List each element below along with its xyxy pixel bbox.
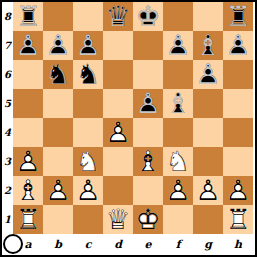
square-d5[interactable] (103, 89, 133, 118)
square-h7[interactable]: ♟♙ (223, 31, 253, 60)
file-label-c: c (73, 234, 103, 255)
square-c8[interactable] (73, 2, 103, 31)
square-c6[interactable]: ♞♘ (73, 60, 103, 89)
square-e5[interactable]: ♟♙ (133, 89, 163, 118)
square-d1[interactable]: ♛♕ (103, 205, 133, 234)
rank-label-3: 3 (2, 147, 13, 176)
square-f5[interactable]: ♝♗ (163, 89, 193, 118)
file-label-e: e (133, 234, 163, 255)
white-pawn: ♟♙ (43, 176, 73, 205)
square-e3[interactable]: ♝♗ (133, 147, 163, 176)
square-h4[interactable] (223, 118, 253, 147)
white-rook: ♜♖ (13, 205, 43, 234)
square-b7[interactable]: ♟♙ (43, 31, 73, 60)
square-a3[interactable]: ♟♙ (13, 147, 43, 176)
square-g4[interactable] (193, 118, 223, 147)
white-knight: ♞♘ (163, 147, 193, 176)
white-pawn: ♟♙ (103, 118, 133, 147)
square-d7[interactable] (103, 31, 133, 60)
rank-label-2: 2 (2, 176, 13, 205)
black-bishop: ♝♗ (193, 31, 223, 60)
rank-label-1: 1 (2, 205, 13, 234)
square-d2[interactable] (103, 176, 133, 205)
white-bishop: ♝♗ (133, 147, 163, 176)
square-f3[interactable]: ♞♘ (163, 147, 193, 176)
black-pawn: ♟♙ (193, 60, 223, 89)
side-to-move-indicator (3, 234, 23, 254)
square-d4[interactable]: ♟♙ (103, 118, 133, 147)
square-g5[interactable] (193, 89, 223, 118)
square-h8[interactable]: ♜♖ (223, 2, 253, 31)
black-pawn: ♟♙ (43, 31, 73, 60)
black-pawn: ♟♙ (133, 89, 163, 118)
white-pawn: ♟♙ (163, 176, 193, 205)
rank-label-7: 7 (2, 31, 13, 60)
file-label-b: b (43, 234, 73, 255)
square-h5[interactable] (223, 89, 253, 118)
white-pawn: ♟♙ (193, 176, 223, 205)
square-c2[interactable]: ♟♙ (73, 176, 103, 205)
square-d8[interactable]: ♛♕ (103, 2, 133, 31)
square-c3[interactable]: ♞♘ (73, 147, 103, 176)
chess-board-diagram: ♜♖♛♕♚♔♜♖♟♙♟♙♟♙♟♙♝♗♟♙♞♘♞♘♟♙♟♙♝♗♟♙♟♙♞♘♝♗♞♘… (0, 0, 257, 257)
black-king: ♚♔ (133, 2, 163, 31)
square-a8[interactable]: ♜♖ (13, 2, 43, 31)
square-a4[interactable] (13, 118, 43, 147)
square-h2[interactable]: ♟♙ (223, 176, 253, 205)
black-rook: ♜♖ (223, 2, 253, 31)
black-pawn: ♟♙ (13, 31, 43, 60)
square-a2[interactable]: ♝♗ (13, 176, 43, 205)
square-e2[interactable] (133, 176, 163, 205)
square-f1[interactable] (163, 205, 193, 234)
black-knight: ♞♘ (73, 60, 103, 89)
square-g6[interactable]: ♟♙ (193, 60, 223, 89)
square-e8[interactable]: ♚♔ (133, 2, 163, 31)
square-e1[interactable]: ♚♔ (133, 205, 163, 234)
square-h3[interactable] (223, 147, 253, 176)
white-queen: ♛♕ (103, 205, 133, 234)
white-pawn: ♟♙ (13, 147, 43, 176)
square-f2[interactable]: ♟♙ (163, 176, 193, 205)
square-b4[interactable] (43, 118, 73, 147)
square-g8[interactable] (193, 2, 223, 31)
square-c5[interactable] (73, 89, 103, 118)
square-f8[interactable] (163, 2, 193, 31)
square-h1[interactable]: ♜♖ (223, 205, 253, 234)
square-e7[interactable] (133, 31, 163, 60)
square-f6[interactable] (163, 60, 193, 89)
black-knight: ♞♘ (43, 60, 73, 89)
black-pawn: ♟♙ (223, 31, 253, 60)
square-c4[interactable] (73, 118, 103, 147)
file-label-g: g (193, 234, 223, 255)
square-f7[interactable]: ♟♙ (163, 31, 193, 60)
square-b1[interactable] (43, 205, 73, 234)
white-king: ♚♔ (133, 205, 163, 234)
rank-label-4: 4 (2, 118, 13, 147)
square-d3[interactable] (103, 147, 133, 176)
square-b3[interactable] (43, 147, 73, 176)
square-a6[interactable] (13, 60, 43, 89)
white-bishop: ♝♗ (13, 176, 43, 205)
file-label-d: d (103, 234, 133, 255)
square-g1[interactable] (193, 205, 223, 234)
square-b8[interactable] (43, 2, 73, 31)
square-f4[interactable] (163, 118, 193, 147)
square-b5[interactable] (43, 89, 73, 118)
black-bishop: ♝♗ (163, 89, 193, 118)
square-h6[interactable] (223, 60, 253, 89)
square-g7[interactable]: ♝♗ (193, 31, 223, 60)
chess-board: ♜♖♛♕♚♔♜♖♟♙♟♙♟♙♟♙♝♗♟♙♞♘♞♘♟♙♟♙♝♗♟♙♟♙♞♘♝♗♞♘… (13, 2, 253, 234)
white-pawn: ♟♙ (73, 176, 103, 205)
black-pawn: ♟♙ (73, 31, 103, 60)
black-pawn: ♟♙ (163, 31, 193, 60)
square-g2[interactable]: ♟♙ (193, 176, 223, 205)
square-g3[interactable] (193, 147, 223, 176)
square-a5[interactable] (13, 89, 43, 118)
square-b6[interactable]: ♞♘ (43, 60, 73, 89)
square-c1[interactable] (73, 205, 103, 234)
square-b2[interactable]: ♟♙ (43, 176, 73, 205)
rank-label-6: 6 (2, 60, 13, 89)
white-rook: ♜♖ (223, 205, 253, 234)
rank-label-5: 5 (2, 89, 13, 118)
white-knight: ♞♘ (73, 147, 103, 176)
square-e4[interactable] (133, 118, 163, 147)
file-label-h: h (223, 234, 253, 255)
square-e6[interactable] (133, 60, 163, 89)
file-label-f: f (163, 234, 193, 255)
square-c7[interactable]: ♟♙ (73, 31, 103, 60)
black-queen: ♛♕ (103, 2, 133, 31)
square-d6[interactable] (103, 60, 133, 89)
square-a7[interactable]: ♟♙ (13, 31, 43, 60)
white-pawn: ♟♙ (223, 176, 253, 205)
black-rook: ♜♖ (13, 2, 43, 31)
square-a1[interactable]: ♜♖ (13, 205, 43, 234)
rank-label-8: 8 (2, 2, 13, 31)
